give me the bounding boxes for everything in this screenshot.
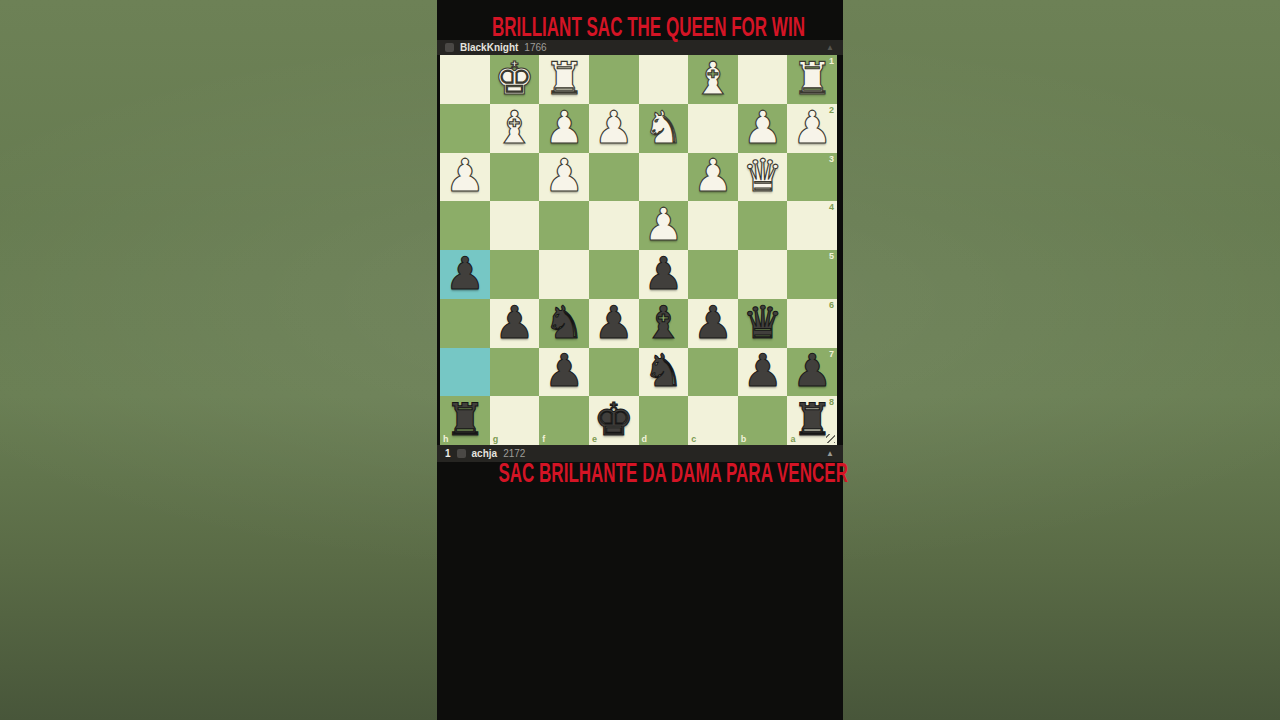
title-top-text: BRILLIANT SAC THE QUEEN FOR WIN: [492, 10, 805, 41]
square-b4[interactable]: [738, 201, 788, 250]
rank-label-3: 3: [829, 154, 834, 164]
square-d5[interactable]: ♟: [639, 250, 689, 299]
square-f1[interactable]: ♜: [539, 55, 589, 104]
square-b3[interactable]: ♛: [738, 153, 788, 202]
white-pawn[interactable]: ♟: [693, 153, 733, 198]
square-h2[interactable]: [440, 104, 490, 153]
square-e2[interactable]: ♟: [589, 104, 639, 153]
square-f7[interactable]: ♟: [539, 348, 589, 397]
square-d8[interactable]: d: [639, 396, 689, 445]
square-a7[interactable]: ♟7: [787, 348, 837, 397]
white-rook[interactable]: ♜: [544, 56, 584, 101]
white-pawn[interactable]: ♟: [643, 202, 683, 247]
white-knight[interactable]: ♞: [643, 105, 683, 150]
title-top: BRILLIANT SAC THE QUEEN FOR WIN: [437, 13, 843, 39]
square-a4[interactable]: 4: [787, 201, 837, 250]
rank-label-4: 4: [829, 202, 834, 212]
rank-label-6: 6: [829, 300, 834, 310]
square-b8[interactable]: b: [738, 396, 788, 445]
file-label-e: e: [592, 434, 597, 444]
file-label-a: a: [790, 434, 795, 444]
square-f2[interactable]: ♟: [539, 104, 589, 153]
white-pawn[interactable]: ♟: [445, 153, 485, 198]
square-c1[interactable]: ♝: [688, 55, 738, 104]
black-pawn[interactable]: ♟: [693, 300, 733, 345]
square-c2[interactable]: [688, 104, 738, 153]
square-f4[interactable]: [539, 201, 589, 250]
square-h7[interactable]: [440, 348, 490, 397]
file-label-f: f: [542, 434, 545, 444]
square-a6[interactable]: 6: [787, 299, 837, 348]
square-d6[interactable]: ♝: [639, 299, 689, 348]
square-c8[interactable]: c: [688, 396, 738, 445]
square-b6[interactable]: ♛: [738, 299, 788, 348]
square-e1[interactable]: [589, 55, 639, 104]
square-d4[interactable]: ♟: [639, 201, 689, 250]
white-bishop[interactable]: ♝: [693, 56, 733, 101]
square-h6[interactable]: [440, 299, 490, 348]
white-pawn[interactable]: ♟: [544, 105, 584, 150]
square-a5[interactable]: 5: [787, 250, 837, 299]
square-d7[interactable]: ♞: [639, 348, 689, 397]
square-f6[interactable]: ♞: [539, 299, 589, 348]
black-pawn[interactable]: ♟: [643, 251, 683, 296]
chess-board: ♚♜♝♜1♝♟♟♞♟♟2♟♟♟♛3♟4♟♟5♟♞♟♝♟♛6♟♞♟♟7♜hgf♚e…: [440, 55, 837, 445]
square-d3[interactable]: [639, 153, 689, 202]
square-a1[interactable]: ♜1: [787, 55, 837, 104]
file-label-c: c: [691, 434, 696, 444]
square-g7[interactable]: [490, 348, 540, 397]
square-a3[interactable]: 3: [787, 153, 837, 202]
black-pawn[interactable]: ♟: [494, 300, 534, 345]
square-b7[interactable]: ♟: [738, 348, 788, 397]
square-g1[interactable]: ♚: [490, 55, 540, 104]
square-e7[interactable]: [589, 348, 639, 397]
square-h4[interactable]: [440, 201, 490, 250]
title-bottom-text: SAC BRILHANTE DA DAMA PARA VENCER: [498, 456, 848, 487]
square-h8[interactable]: ♜h: [440, 396, 490, 445]
square-e8[interactable]: ♚e: [589, 396, 639, 445]
video-frame: BRILLIANT SAC THE QUEEN FOR WIN BlackKni…: [0, 0, 1280, 720]
square-c5[interactable]: [688, 250, 738, 299]
rank-label-1: 1: [829, 56, 834, 66]
black-queen[interactable]: ♛: [742, 300, 782, 345]
square-h1[interactable]: [440, 55, 490, 104]
square-g2[interactable]: ♝: [490, 104, 540, 153]
square-h5[interactable]: ♟: [440, 250, 490, 299]
square-e3[interactable]: [589, 153, 639, 202]
file-label-g: g: [493, 434, 499, 444]
square-e4[interactable]: [589, 201, 639, 250]
square-c7[interactable]: [688, 348, 738, 397]
file-label-d: d: [642, 434, 648, 444]
square-a2[interactable]: ♟2: [787, 104, 837, 153]
square-d1[interactable]: [639, 55, 689, 104]
square-c4[interactable]: [688, 201, 738, 250]
black-knight[interactable]: ♞: [643, 348, 683, 393]
square-f3[interactable]: ♟: [539, 153, 589, 202]
file-label-h: h: [443, 434, 449, 444]
title-bottom: SAC BRILHANTE DA DAMA PARA VENCER: [437, 459, 843, 485]
avatar-bottom-player: [457, 449, 466, 458]
black-knight[interactable]: ♞: [544, 300, 584, 345]
square-c3[interactable]: ♟: [688, 153, 738, 202]
white-rook[interactable]: ♜: [792, 56, 832, 101]
square-g5[interactable]: [490, 250, 540, 299]
player-name-bottom: achja: [472, 449, 498, 459]
move-number: 1: [445, 449, 451, 459]
rank-label-5: 5: [829, 251, 834, 261]
black-pawn[interactable]: ♟: [742, 348, 782, 393]
square-b2[interactable]: ♟: [738, 104, 788, 153]
square-c6[interactable]: ♟: [688, 299, 738, 348]
player-bar-top: BlackKnight 1766 ▲: [437, 40, 843, 55]
square-b1[interactable]: [738, 55, 788, 104]
black-king[interactable]: ♚: [594, 397, 634, 442]
black-pawn[interactable]: ♟: [792, 348, 832, 393]
avatar-top-player: [445, 43, 454, 52]
white-bishop[interactable]: ♝: [494, 105, 534, 150]
black-bishop[interactable]: ♝: [643, 300, 683, 345]
square-e5[interactable]: [589, 250, 639, 299]
black-rook[interactable]: ♜: [445, 397, 485, 442]
square-g4[interactable]: [490, 201, 540, 250]
square-g3[interactable]: [490, 153, 540, 202]
black-pawn[interactable]: ♟: [544, 348, 584, 393]
white-pawn[interactable]: ♟: [594, 105, 634, 150]
square-h3[interactable]: ♟: [440, 153, 490, 202]
square-g8[interactable]: g: [490, 396, 540, 445]
player-name-top: BlackKnight: [460, 43, 518, 53]
rank-label-7: 7: [829, 349, 834, 359]
square-d2[interactable]: ♞: [639, 104, 689, 153]
board-resize-handle-icon[interactable]: [826, 434, 835, 443]
rank-label-2: 2: [829, 105, 834, 115]
white-pawn[interactable]: ♟: [544, 153, 584, 198]
collapse-arrow-icon[interactable]: ▲: [826, 44, 834, 52]
square-f5[interactable]: [539, 250, 589, 299]
white-pawn[interactable]: ♟: [792, 105, 832, 150]
player-rating-top: 1766: [524, 43, 546, 53]
white-king[interactable]: ♚: [494, 56, 534, 101]
black-pawn[interactable]: ♟: [445, 251, 485, 296]
white-pawn[interactable]: ♟: [742, 105, 782, 150]
square-f8[interactable]: f: [539, 396, 589, 445]
rank-label-8: 8: [829, 397, 834, 407]
black-pawn[interactable]: ♟: [594, 300, 634, 345]
square-b5[interactable]: [738, 250, 788, 299]
square-g6[interactable]: ♟: [490, 299, 540, 348]
white-queen[interactable]: ♛: [742, 153, 782, 198]
square-e6[interactable]: ♟: [589, 299, 639, 348]
file-label-b: b: [741, 434, 747, 444]
